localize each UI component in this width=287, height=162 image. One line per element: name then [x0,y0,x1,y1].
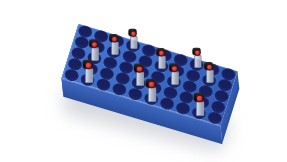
vial-cap [128,29,137,36]
scene [0,0,287,162]
vial-cap [192,48,201,55]
vial-septum-icon [194,49,201,56]
vial-septum-icon [130,30,137,37]
